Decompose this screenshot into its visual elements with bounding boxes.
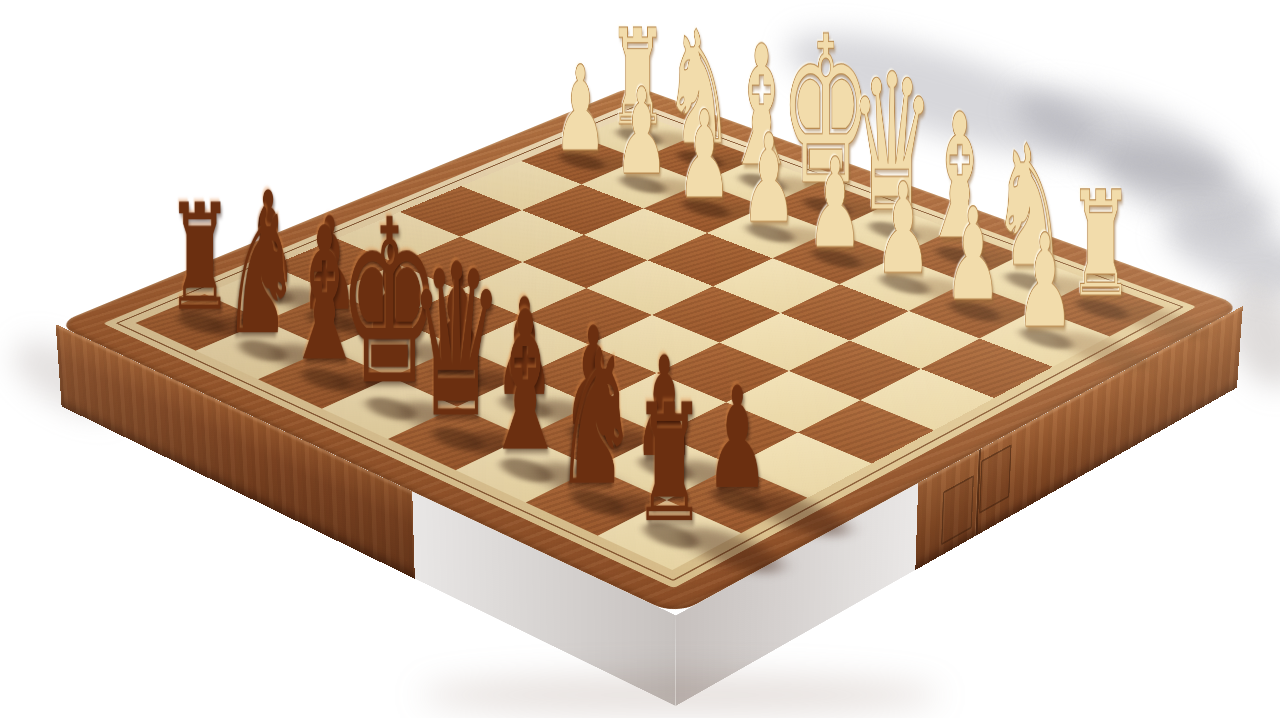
pawn-glyph: ♟ [989,217,1100,347]
chess-board-box: ♜♞♝♚♛♝♞♜♟♟♟♟♟♟♟♟♟♟♟♟♟♟♟♟♜♞♝♚♛♝♞♜ [56,85,1243,615]
hinge-icon [941,475,974,546]
rook-glyph: ♜ [608,382,730,545]
square-a2: ♟ [980,309,1110,367]
product-photo-stage: ♜♞♝♚♛♝♞♜♟♟♟♟♟♟♟♟♟♟♟♟♟♟♟♟♜♞♝♚♛♝♞♜ [0,0,1280,718]
fold-seam [975,449,981,536]
hinge-icon [979,444,1012,514]
black-rook-a8: ♜ [547,529,792,531]
white-pawn-a2: ♟ [933,332,1156,334]
